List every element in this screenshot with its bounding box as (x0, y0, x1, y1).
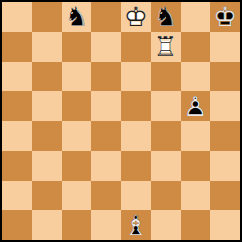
square-d1[interactable] (91, 210, 121, 240)
square-e2[interactable] (121, 181, 151, 211)
square-b2[interactable] (32, 181, 62, 211)
square-d3[interactable] (91, 151, 121, 181)
square-c4[interactable] (62, 121, 92, 151)
square-c7[interactable] (62, 32, 92, 62)
square-f8[interactable]: ♞♘ (151, 2, 181, 32)
square-h5[interactable] (210, 91, 240, 121)
square-a6[interactable] (2, 62, 32, 92)
square-b4[interactable] (32, 121, 62, 151)
square-a8[interactable] (2, 2, 32, 32)
square-c5[interactable] (62, 91, 92, 121)
square-c8[interactable]: ♞♘ (62, 2, 92, 32)
square-h4[interactable] (210, 121, 240, 151)
square-h1[interactable] (210, 210, 240, 240)
square-g7[interactable] (181, 32, 211, 62)
black-king-piece: ♚♔ (210, 2, 240, 32)
black-knight-outline-glyph: ♘ (154, 2, 178, 31)
square-c6[interactable] (62, 62, 92, 92)
square-g6[interactable] (181, 62, 211, 92)
square-d4[interactable] (91, 121, 121, 151)
square-d6[interactable] (91, 62, 121, 92)
square-f7[interactable]: ♜♖ (151, 32, 181, 62)
black-knight-piece: ♞♘ (62, 2, 92, 32)
black-knight-outline-glyph: ♘ (64, 2, 88, 31)
square-h6[interactable] (210, 62, 240, 92)
black-bishop-outline-glyph: ♗ (124, 211, 148, 240)
square-b5[interactable] (32, 91, 62, 121)
white-rook-piece: ♜♖ (151, 32, 181, 62)
square-a4[interactable] (2, 121, 32, 151)
square-h2[interactable] (210, 181, 240, 211)
square-d7[interactable] (91, 32, 121, 62)
square-h8[interactable]: ♚♔ (210, 2, 240, 32)
square-g4[interactable] (181, 121, 211, 151)
square-e4[interactable] (121, 121, 151, 151)
square-b6[interactable] (32, 62, 62, 92)
black-king-outline-glyph: ♔ (213, 2, 237, 31)
black-knight-piece: ♞♘ (151, 2, 181, 32)
black-pawn-outline-glyph: ♙ (183, 92, 207, 121)
square-a2[interactable] (2, 181, 32, 211)
black-pawn-piece: ♟♙ (181, 91, 211, 121)
square-d2[interactable] (91, 181, 121, 211)
square-b8[interactable] (32, 2, 62, 32)
square-b7[interactable] (32, 32, 62, 62)
square-a1[interactable] (2, 210, 32, 240)
square-g5[interactable]: ♟♙ (181, 91, 211, 121)
square-f3[interactable] (151, 151, 181, 181)
square-g8[interactable] (181, 2, 211, 32)
square-e3[interactable] (121, 151, 151, 181)
white-king-outline-glyph: ♔ (124, 2, 148, 31)
square-g3[interactable] (181, 151, 211, 181)
square-f6[interactable] (151, 62, 181, 92)
chess-board: ♞♘♚♔♞♘♚♔♜♖♟♙♝♗ (2, 2, 240, 240)
square-a7[interactable] (2, 32, 32, 62)
square-f1[interactable] (151, 210, 181, 240)
square-h7[interactable] (210, 32, 240, 62)
square-c1[interactable] (62, 210, 92, 240)
square-c3[interactable] (62, 151, 92, 181)
square-f5[interactable] (151, 91, 181, 121)
square-e6[interactable] (121, 62, 151, 92)
chess-board-frame: ♞♘♚♔♞♘♚♔♜♖♟♙♝♗ (0, 0, 242, 242)
square-a5[interactable] (2, 91, 32, 121)
square-b3[interactable] (32, 151, 62, 181)
square-h3[interactable] (210, 151, 240, 181)
white-rook-outline-glyph: ♖ (154, 32, 178, 61)
square-e1[interactable]: ♝♗ (121, 210, 151, 240)
square-e7[interactable] (121, 32, 151, 62)
square-c2[interactable] (62, 181, 92, 211)
square-e5[interactable] (121, 91, 151, 121)
square-g1[interactable] (181, 210, 211, 240)
square-d8[interactable] (91, 2, 121, 32)
square-d5[interactable] (91, 91, 121, 121)
black-bishop-piece: ♝♗ (121, 210, 151, 240)
square-a3[interactable] (2, 151, 32, 181)
square-f2[interactable] (151, 181, 181, 211)
square-g2[interactable] (181, 181, 211, 211)
square-e8[interactable]: ♚♔ (121, 2, 151, 32)
square-b1[interactable] (32, 210, 62, 240)
white-king-piece: ♚♔ (121, 2, 151, 32)
square-f4[interactable] (151, 121, 181, 151)
